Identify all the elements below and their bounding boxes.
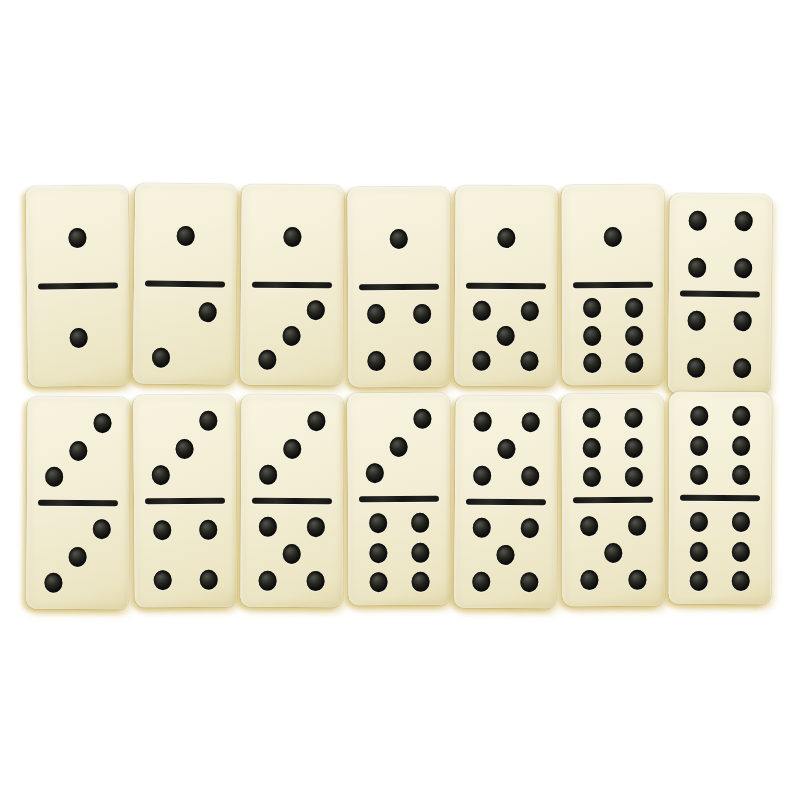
pip — [94, 413, 112, 433]
pip — [414, 351, 432, 371]
domino-half-top — [134, 186, 237, 281]
domino-half-top — [133, 398, 236, 499]
pip — [259, 465, 277, 485]
pip — [625, 408, 643, 428]
pip — [414, 409, 432, 429]
domino-half-bottom — [668, 296, 771, 391]
domino-half-bottom — [134, 504, 237, 605]
domino-tile-r2c2[interactable] — [133, 395, 237, 608]
pip — [522, 412, 540, 432]
domino-half-bottom — [454, 289, 557, 384]
pip — [690, 436, 708, 456]
pip — [583, 298, 601, 318]
pip — [151, 465, 169, 485]
pip — [732, 542, 750, 562]
pip — [69, 441, 87, 461]
pip — [625, 438, 643, 458]
domino-half-top — [455, 189, 558, 284]
domino-half-top — [27, 400, 130, 501]
domino-tile-r1c7[interactable] — [668, 193, 772, 394]
pip — [472, 572, 490, 592]
pip — [689, 512, 707, 532]
pip — [390, 229, 408, 249]
pip — [369, 513, 387, 533]
pip — [307, 571, 325, 591]
pip — [307, 300, 325, 320]
pip — [258, 517, 276, 537]
pip — [733, 436, 751, 456]
pip — [258, 571, 276, 591]
domino-half-top — [561, 397, 664, 498]
pip — [732, 465, 750, 485]
domino-half-top — [241, 188, 344, 283]
pip — [283, 439, 301, 459]
domino-tile-r2c6[interactable] — [561, 394, 664, 607]
pip — [690, 465, 708, 485]
pip — [412, 513, 430, 533]
domino-board — [27, 186, 771, 605]
domino-tile-r1c2[interactable] — [133, 183, 238, 384]
pip — [199, 303, 217, 323]
pip — [200, 411, 218, 431]
pip — [472, 518, 490, 538]
domino-half-bottom — [240, 288, 343, 383]
pip — [414, 304, 432, 324]
domino-half-bottom — [562, 503, 665, 604]
pip — [582, 438, 600, 458]
domino-half-top — [669, 395, 771, 495]
pip — [44, 573, 62, 593]
domino-tile-r2c4[interactable] — [347, 393, 450, 606]
domino-tile-r1c3[interactable] — [240, 185, 344, 386]
domino-half-bottom — [348, 290, 450, 385]
pip — [69, 547, 87, 567]
domino-half-bottom — [133, 286, 236, 381]
domino-half-bottom — [669, 501, 771, 601]
pip — [521, 518, 539, 538]
pip — [521, 301, 539, 321]
domino-tile-r1c4[interactable] — [347, 187, 450, 388]
domino-half-top — [669, 196, 772, 291]
pip — [151, 347, 169, 367]
domino-tile-r2c7[interactable] — [669, 392, 772, 604]
pip — [367, 305, 385, 325]
pip — [733, 359, 751, 379]
domino-tile-r1c5[interactable] — [454, 186, 557, 387]
pip — [735, 212, 753, 232]
pip — [45, 467, 63, 487]
domino-half-top — [455, 399, 558, 500]
pip — [735, 259, 753, 279]
pip — [522, 466, 540, 486]
domino-tile-r1c1[interactable] — [26, 185, 130, 386]
pip — [283, 227, 301, 247]
pip — [629, 570, 647, 590]
pip — [688, 211, 706, 231]
domino-half-bottom — [562, 288, 664, 382]
pip — [604, 543, 622, 563]
pip — [472, 300, 490, 320]
pip — [412, 543, 430, 563]
pip — [582, 467, 600, 487]
pip — [690, 406, 708, 426]
domino-tile-r2c3[interactable] — [240, 395, 343, 608]
pip — [626, 326, 644, 346]
pip — [473, 466, 491, 486]
pip — [580, 570, 598, 590]
domino-tile-r2c1[interactable] — [26, 397, 129, 610]
pip — [369, 543, 387, 563]
domino-half-bottom — [454, 505, 557, 606]
pip — [200, 520, 218, 540]
domino-half-top — [241, 398, 344, 499]
pip — [497, 439, 515, 459]
pip — [365, 463, 383, 483]
domino-half-top — [347, 190, 449, 285]
domino-half-bottom — [240, 504, 343, 605]
domino-half-bottom — [26, 506, 129, 607]
pip — [153, 570, 171, 590]
domino-half-top — [347, 396, 450, 497]
pip — [369, 572, 387, 592]
pip — [583, 353, 601, 373]
photo-canvas — [0, 0, 800, 800]
pip — [732, 512, 750, 532]
pip — [93, 519, 111, 539]
pip — [689, 571, 707, 591]
pip — [283, 544, 301, 564]
pip — [496, 545, 514, 565]
pip — [175, 439, 193, 459]
pip — [390, 437, 408, 457]
domino-half-top — [26, 188, 129, 283]
pip — [625, 298, 643, 318]
pip — [472, 351, 490, 371]
pip — [629, 516, 647, 536]
pip — [521, 572, 539, 592]
domino-half-bottom — [348, 502, 451, 603]
pip — [473, 412, 491, 432]
pip — [521, 351, 539, 371]
pip — [497, 326, 515, 346]
pip — [308, 411, 326, 431]
pip — [689, 542, 707, 562]
pip — [582, 408, 600, 428]
pip — [625, 467, 643, 487]
domino-half-top — [562, 188, 664, 282]
pip — [412, 572, 430, 592]
pip — [177, 226, 195, 246]
pip — [583, 326, 601, 346]
pip — [687, 311, 705, 331]
pip — [687, 358, 705, 378]
pip — [153, 520, 171, 540]
pip — [734, 312, 752, 332]
pip — [68, 228, 86, 248]
pip — [367, 352, 385, 372]
pip — [70, 328, 88, 348]
pip — [580, 516, 598, 536]
pip — [282, 326, 300, 346]
pip — [732, 571, 750, 591]
domino-tile-r2c5[interactable] — [454, 396, 558, 609]
pip — [307, 517, 325, 537]
pip — [688, 258, 706, 278]
domino-tile-r1c6[interactable] — [562, 185, 665, 385]
pip — [258, 350, 276, 370]
pip — [733, 406, 751, 426]
pip — [604, 227, 622, 247]
pip — [626, 353, 644, 373]
domino-half-bottom — [27, 288, 130, 383]
pip — [497, 228, 515, 248]
pip — [200, 570, 218, 590]
